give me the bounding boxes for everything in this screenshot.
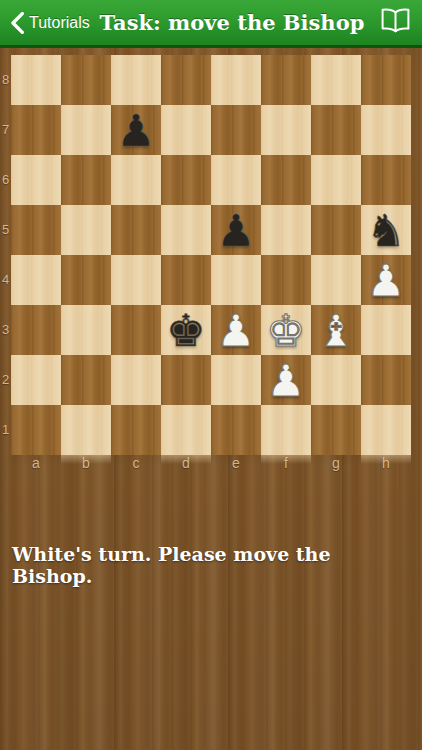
square-e7[interactable] bbox=[211, 105, 261, 155]
square-d5[interactable] bbox=[161, 205, 211, 255]
square-g5[interactable] bbox=[311, 205, 361, 255]
rank-label-1: 1 bbox=[0, 405, 11, 455]
square-a4[interactable] bbox=[11, 255, 61, 305]
square-c8[interactable] bbox=[111, 55, 161, 105]
square-a1[interactable] bbox=[11, 405, 61, 455]
navigation-bar: Tutorials Task: move the Bishop bbox=[0, 0, 422, 48]
file-label-h: h bbox=[361, 455, 411, 472]
square-g8[interactable] bbox=[311, 55, 361, 105]
open-book-icon bbox=[380, 8, 411, 37]
square-e2[interactable] bbox=[211, 355, 261, 405]
square-b3[interactable] bbox=[61, 305, 111, 355]
app-screen: Tutorials Task: move the Bishop 87654321… bbox=[0, 0, 422, 750]
square-c3[interactable] bbox=[111, 305, 161, 355]
square-a3[interactable] bbox=[11, 305, 61, 355]
square-b1[interactable] bbox=[61, 405, 111, 455]
square-f7[interactable] bbox=[261, 105, 311, 155]
square-b7[interactable] bbox=[61, 105, 111, 155]
black-pawn[interactable]: ♟ bbox=[211, 205, 261, 255]
file-label-a: a bbox=[11, 455, 61, 472]
white-king[interactable]: ♚ bbox=[261, 305, 311, 355]
square-g7[interactable] bbox=[311, 105, 361, 155]
square-d7[interactable] bbox=[161, 105, 211, 155]
square-c2[interactable] bbox=[111, 355, 161, 405]
square-f4[interactable] bbox=[261, 255, 311, 305]
rank-label-7: 7 bbox=[0, 105, 11, 155]
square-f2[interactable]: ♟ bbox=[261, 355, 311, 405]
square-h5[interactable]: ♞ bbox=[361, 205, 411, 255]
rank-label-4: 4 bbox=[0, 255, 11, 305]
square-b4[interactable] bbox=[61, 255, 111, 305]
square-f5[interactable] bbox=[261, 205, 311, 255]
square-b6[interactable] bbox=[61, 155, 111, 205]
page-title: Task: move the Bishop bbox=[90, 10, 374, 35]
rank-label-3: 3 bbox=[0, 305, 11, 355]
rank-label-8: 8 bbox=[0, 55, 11, 105]
square-f3[interactable]: ♚ bbox=[261, 305, 311, 355]
square-h1[interactable] bbox=[361, 405, 411, 455]
square-g6[interactable] bbox=[311, 155, 361, 205]
black-king[interactable]: ♚ bbox=[161, 305, 211, 355]
file-labels: abcdefgh bbox=[11, 455, 411, 472]
square-d2[interactable] bbox=[161, 355, 211, 405]
square-h3[interactable] bbox=[361, 305, 411, 355]
square-e8[interactable] bbox=[211, 55, 261, 105]
rank-label-6: 6 bbox=[0, 155, 11, 205]
square-g3[interactable]: ♝ bbox=[311, 305, 361, 355]
chevron-left-icon bbox=[11, 12, 24, 34]
square-a5[interactable] bbox=[11, 205, 61, 255]
square-h6[interactable] bbox=[361, 155, 411, 205]
square-f8[interactable] bbox=[261, 55, 311, 105]
white-pawn[interactable]: ♟ bbox=[261, 355, 311, 405]
white-pawn[interactable]: ♟ bbox=[211, 305, 261, 355]
square-d6[interactable] bbox=[161, 155, 211, 205]
square-d4[interactable] bbox=[161, 255, 211, 305]
square-d8[interactable] bbox=[161, 55, 211, 105]
square-g1[interactable] bbox=[311, 405, 361, 455]
file-label-e: e bbox=[211, 455, 261, 472]
square-f6[interactable] bbox=[261, 155, 311, 205]
square-a6[interactable] bbox=[11, 155, 61, 205]
file-label-f: f bbox=[261, 455, 311, 472]
square-c5[interactable] bbox=[111, 205, 161, 255]
rank-label-5: 5 bbox=[0, 205, 11, 255]
square-a7[interactable] bbox=[11, 105, 61, 155]
black-pawn[interactable]: ♟ bbox=[111, 105, 161, 155]
square-a2[interactable] bbox=[11, 355, 61, 405]
square-e1[interactable] bbox=[211, 405, 261, 455]
square-h4[interactable]: ♟ bbox=[361, 255, 411, 305]
back-button[interactable]: Tutorials bbox=[0, 12, 90, 34]
status-message: White's turn. Please move the Bishop. bbox=[12, 543, 410, 587]
square-e4[interactable] bbox=[211, 255, 261, 305]
rank-label-2: 2 bbox=[0, 355, 11, 405]
file-label-c: c bbox=[111, 455, 161, 472]
white-bishop[interactable]: ♝ bbox=[311, 305, 361, 355]
square-h8[interactable] bbox=[361, 55, 411, 105]
file-label-g: g bbox=[311, 455, 361, 472]
black-knight[interactable]: ♞ bbox=[361, 205, 411, 255]
square-h2[interactable] bbox=[361, 355, 411, 405]
square-h7[interactable] bbox=[361, 105, 411, 155]
square-c1[interactable] bbox=[111, 405, 161, 455]
rank-labels: 87654321 bbox=[0, 55, 11, 455]
square-e6[interactable] bbox=[211, 155, 261, 205]
square-e3[interactable]: ♟ bbox=[211, 305, 261, 355]
back-button-label: Tutorials bbox=[29, 14, 90, 32]
book-button[interactable] bbox=[374, 8, 422, 37]
file-label-b: b bbox=[61, 455, 111, 472]
chess-board[interactable]: ♟♟♞♟♚♟♚♝♟ bbox=[11, 55, 411, 455]
square-b8[interactable] bbox=[61, 55, 111, 105]
square-c6[interactable] bbox=[111, 155, 161, 205]
square-e5[interactable]: ♟ bbox=[211, 205, 261, 255]
square-b2[interactable] bbox=[61, 355, 111, 405]
file-label-d: d bbox=[161, 455, 211, 472]
square-f1[interactable] bbox=[261, 405, 311, 455]
square-d3[interactable]: ♚ bbox=[161, 305, 211, 355]
square-g2[interactable] bbox=[311, 355, 361, 405]
white-pawn[interactable]: ♟ bbox=[361, 255, 411, 305]
square-c7[interactable]: ♟ bbox=[111, 105, 161, 155]
square-b5[interactable] bbox=[61, 205, 111, 255]
square-a8[interactable] bbox=[11, 55, 61, 105]
square-c4[interactable] bbox=[111, 255, 161, 305]
square-d1[interactable] bbox=[161, 405, 211, 455]
square-g4[interactable] bbox=[311, 255, 361, 305]
